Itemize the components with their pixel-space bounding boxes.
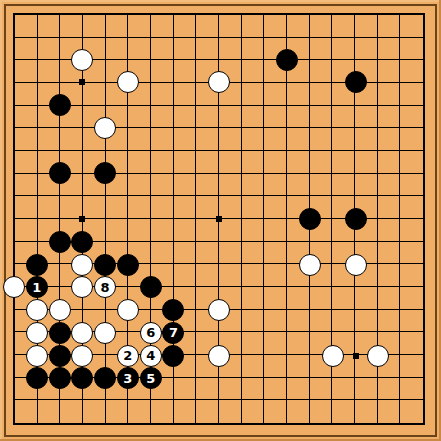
black-stone <box>94 367 116 389</box>
black-stone <box>276 49 298 71</box>
black-stone <box>71 231 93 253</box>
black-stone <box>71 367 93 389</box>
move-number: 7 <box>169 326 178 339</box>
black-stone <box>49 367 71 389</box>
white-stone <box>345 254 367 276</box>
move-8-white-stone: 8 <box>94 276 116 298</box>
white-stone <box>26 299 48 321</box>
white-stone <box>71 49 93 71</box>
go-board: 18672435 <box>0 0 441 441</box>
white-stone <box>49 299 71 321</box>
move-number: 6 <box>146 326 155 339</box>
white-stone <box>117 71 139 93</box>
move-number: 8 <box>101 281 110 294</box>
move-3-black-stone: 3 <box>117 367 139 389</box>
move-7-black-stone: 7 <box>162 322 184 344</box>
black-stone <box>162 299 184 321</box>
black-stone <box>162 345 184 367</box>
move-6-white-stone: 6 <box>140 322 162 344</box>
black-stone <box>49 94 71 116</box>
move-number: 3 <box>123 372 132 385</box>
move-4-white-stone: 4 <box>140 345 162 367</box>
star-point <box>353 353 359 359</box>
white-stone <box>71 345 93 367</box>
move-5-black-stone: 5 <box>140 367 162 389</box>
move-number: 5 <box>146 372 155 385</box>
white-stone <box>94 117 116 139</box>
black-stone <box>140 276 162 298</box>
white-stone <box>26 345 48 367</box>
white-stone <box>71 322 93 344</box>
star-point <box>216 216 222 222</box>
move-1-black-stone: 1 <box>26 276 48 298</box>
black-stone <box>299 208 321 230</box>
white-stone <box>71 276 93 298</box>
black-stone <box>26 254 48 276</box>
white-stone <box>367 345 389 367</box>
black-stone <box>49 322 71 344</box>
white-stone <box>208 345 230 367</box>
white-stone <box>71 254 93 276</box>
move-number: 2 <box>123 349 132 362</box>
black-stone <box>49 345 71 367</box>
black-stone <box>94 254 116 276</box>
black-stone <box>345 208 367 230</box>
star-point <box>79 79 85 85</box>
black-stone <box>49 231 71 253</box>
black-stone <box>345 71 367 93</box>
white-stone <box>117 299 139 321</box>
white-stone <box>208 71 230 93</box>
white-stone <box>3 276 25 298</box>
white-stone <box>299 254 321 276</box>
move-number: 4 <box>146 349 155 362</box>
white-stone <box>322 345 344 367</box>
stones-layer: 18672435 <box>0 0 441 441</box>
white-stone <box>94 322 116 344</box>
white-stone <box>208 299 230 321</box>
star-point <box>79 216 85 222</box>
black-stone <box>49 162 71 184</box>
move-number: 1 <box>32 281 41 294</box>
white-stone <box>26 322 48 344</box>
black-stone <box>26 367 48 389</box>
move-2-white-stone: 2 <box>117 345 139 367</box>
black-stone <box>117 254 139 276</box>
black-stone <box>94 162 116 184</box>
